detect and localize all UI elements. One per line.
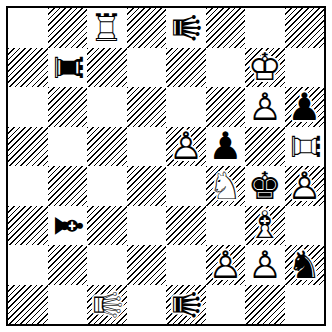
square-f8[interactable] — [206, 8, 246, 48]
black-knight-icon: ♞ — [285, 245, 325, 285]
square-f3[interactable] — [206, 206, 246, 246]
square-g5[interactable] — [245, 127, 285, 167]
white-rook-h5[interactable]: ♜♖ — [285, 127, 325, 167]
square-g4[interactable]: ♚♚ — [245, 166, 285, 206]
black-queen-e8[interactable]: ♛♛ — [166, 8, 206, 48]
white-pawn-icon: ♙ — [166, 127, 206, 167]
square-c8[interactable]: ♜♖ — [87, 8, 127, 48]
square-g3[interactable]: ♝♗ — [245, 206, 285, 246]
square-e1[interactable]: ♛♛ — [166, 285, 206, 325]
chess-diagram: ♜♖♛♛♜♜♚♔♟♙♟♟♟♙♟♟♜♖♞♘♚♚♟♙♝♝♝♗♟♙♟♙♞♞♛♕♛♛ — [0, 0, 332, 332]
black-knight-h2[interactable]: ♞♞ — [285, 245, 325, 285]
white-rook-icon: ♖ — [87, 8, 127, 48]
black-queen-e1[interactable]: ♛♛ — [166, 285, 206, 325]
black-pawn-f5[interactable]: ♟♟ — [206, 127, 246, 167]
square-a5[interactable] — [8, 127, 48, 167]
square-e8[interactable]: ♛♛ — [166, 8, 206, 48]
black-bishop-icon: ♝ — [48, 206, 88, 246]
white-king-g7[interactable]: ♚♔ — [245, 48, 285, 88]
square-b4[interactable] — [48, 166, 88, 206]
square-b8[interactable] — [48, 8, 88, 48]
square-c1[interactable]: ♛♕ — [87, 285, 127, 325]
black-king-icon: ♚ — [245, 166, 285, 206]
black-rook-b7[interactable]: ♜♜ — [48, 48, 88, 88]
white-queen-icon: ♕ — [87, 285, 127, 325]
square-d6[interactable] — [127, 87, 167, 127]
black-queen-icon: ♛ — [166, 285, 206, 325]
white-pawn-e5[interactable]: ♟♙ — [166, 127, 206, 167]
square-d1[interactable] — [127, 285, 167, 325]
chess-board: ♜♖♛♛♜♜♚♔♟♙♟♟♟♙♟♟♜♖♞♘♚♚♟♙♝♝♝♗♟♙♟♙♞♞♛♕♛♛ — [6, 6, 326, 326]
white-king-icon: ♔ — [245, 48, 285, 88]
square-h6[interactable]: ♟♟ — [285, 87, 325, 127]
white-pawn-icon: ♙ — [285, 166, 325, 206]
square-a2[interactable] — [8, 245, 48, 285]
black-pawn-h6[interactable]: ♟♟ — [285, 87, 325, 127]
square-h5[interactable]: ♜♖ — [285, 127, 325, 167]
white-bishop-icon: ♗ — [245, 206, 285, 246]
square-b5[interactable] — [48, 127, 88, 167]
square-h2[interactable]: ♞♞ — [285, 245, 325, 285]
white-bishop-g3[interactable]: ♝♗ — [245, 206, 285, 246]
black-rook-icon: ♜ — [48, 48, 88, 88]
square-a6[interactable] — [8, 87, 48, 127]
black-king-g4[interactable]: ♚♚ — [245, 166, 285, 206]
white-pawn-f2[interactable]: ♟♙ — [206, 245, 246, 285]
square-e3[interactable] — [166, 206, 206, 246]
square-f2[interactable]: ♟♙ — [206, 245, 246, 285]
square-c4[interactable] — [87, 166, 127, 206]
square-d5[interactable] — [127, 127, 167, 167]
square-a4[interactable] — [8, 166, 48, 206]
square-f7[interactable] — [206, 48, 246, 88]
square-c5[interactable] — [87, 127, 127, 167]
square-h4[interactable]: ♟♙ — [285, 166, 325, 206]
square-b2[interactable] — [48, 245, 88, 285]
square-b6[interactable] — [48, 87, 88, 127]
white-rook-c8[interactable]: ♜♖ — [87, 8, 127, 48]
square-e6[interactable] — [166, 87, 206, 127]
square-b3[interactable]: ♝♝ — [48, 206, 88, 246]
square-h1[interactable] — [285, 285, 325, 325]
square-b1[interactable] — [48, 285, 88, 325]
square-g2[interactable]: ♟♙ — [245, 245, 285, 285]
square-f1[interactable] — [206, 285, 246, 325]
white-knight-icon: ♘ — [206, 166, 246, 206]
black-pawn-icon: ♟ — [206, 127, 246, 167]
black-pawn-icon: ♟ — [285, 87, 325, 127]
square-d4[interactable] — [127, 166, 167, 206]
square-h8[interactable] — [285, 8, 325, 48]
white-knight-f4[interactable]: ♞♘ — [206, 166, 246, 206]
square-c6[interactable] — [87, 87, 127, 127]
white-pawn-icon: ♙ — [245, 87, 285, 127]
square-g1[interactable] — [245, 285, 285, 325]
square-c3[interactable] — [87, 206, 127, 246]
square-g8[interactable] — [245, 8, 285, 48]
square-a7[interactable] — [8, 48, 48, 88]
square-e5[interactable]: ♟♙ — [166, 127, 206, 167]
square-e4[interactable] — [166, 166, 206, 206]
white-rook-icon: ♖ — [285, 127, 325, 167]
square-f4[interactable]: ♞♘ — [206, 166, 246, 206]
square-a1[interactable] — [8, 285, 48, 325]
square-d8[interactable] — [127, 8, 167, 48]
square-f6[interactable] — [206, 87, 246, 127]
white-queen-c1[interactable]: ♛♕ — [87, 285, 127, 325]
square-g6[interactable]: ♟♙ — [245, 87, 285, 127]
white-pawn-icon: ♙ — [206, 245, 246, 285]
square-c2[interactable] — [87, 245, 127, 285]
square-h7[interactable] — [285, 48, 325, 88]
black-bishop-b3[interactable]: ♝♝ — [48, 206, 88, 246]
square-a3[interactable] — [8, 206, 48, 246]
square-c7[interactable] — [87, 48, 127, 88]
square-d7[interactable] — [127, 48, 167, 88]
white-pawn-g2[interactable]: ♟♙ — [245, 245, 285, 285]
square-e2[interactable] — [166, 245, 206, 285]
square-h3[interactable] — [285, 206, 325, 246]
white-pawn-icon: ♙ — [245, 245, 285, 285]
white-pawn-h4[interactable]: ♟♙ — [285, 166, 325, 206]
black-queen-icon: ♛ — [166, 8, 206, 48]
square-f5[interactable]: ♟♟ — [206, 127, 246, 167]
square-a8[interactable] — [8, 8, 48, 48]
square-b7[interactable]: ♜♜ — [48, 48, 88, 88]
square-d2[interactable] — [127, 245, 167, 285]
white-pawn-g6[interactable]: ♟♙ — [245, 87, 285, 127]
square-e7[interactable] — [166, 48, 206, 88]
square-d3[interactable] — [127, 206, 167, 246]
square-g7[interactable]: ♚♔ — [245, 48, 285, 88]
